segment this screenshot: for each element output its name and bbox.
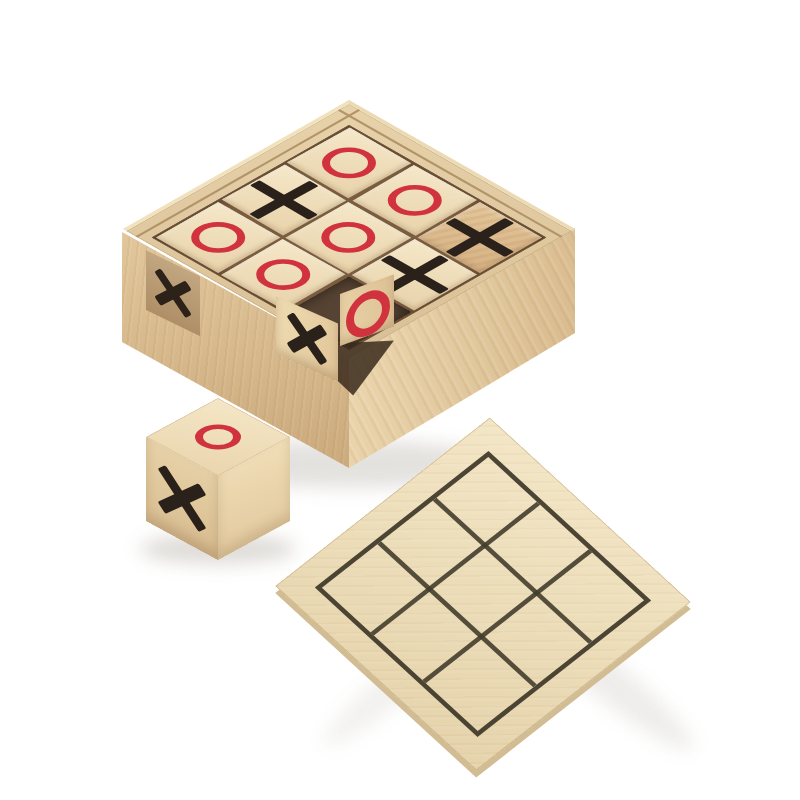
- x-piece-cross: [151, 260, 195, 325]
- o-piece-ring: [246, 253, 322, 297]
- product-photo-scene: [0, 0, 800, 800]
- o-piece-ring: [311, 141, 387, 185]
- o-piece-ring: [310, 216, 386, 260]
- o-piece-ring: [377, 179, 453, 223]
- x-piece-bar: [154, 280, 191, 305]
- x-piece-bar: [158, 483, 207, 514]
- o-piece-ring: [180, 216, 256, 260]
- x-piece-bar: [286, 324, 327, 353]
- x-piece-bar: [154, 268, 191, 318]
- x-piece-cross: [153, 454, 211, 543]
- loose-cube[interactable]: [146, 386, 290, 560]
- o-piece-ring: [185, 419, 250, 454]
